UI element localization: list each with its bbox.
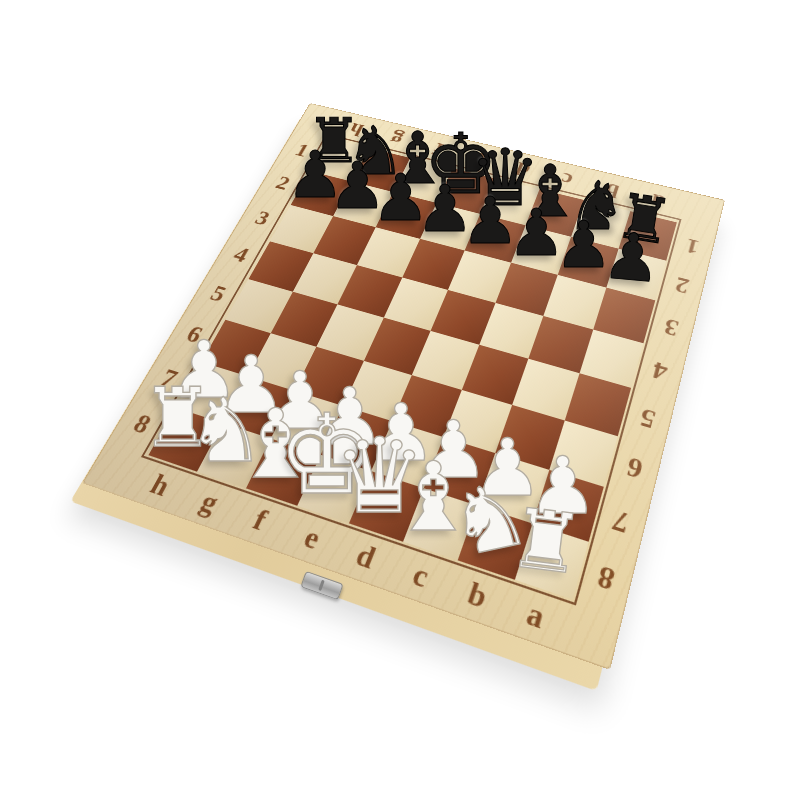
coord-label-4: 4	[229, 242, 253, 268]
coord-label-3: 3	[251, 206, 274, 230]
coord-label-3: 3	[661, 313, 681, 342]
coord-label-5: 5	[637, 402, 659, 435]
coord-label-1: 1	[683, 233, 702, 259]
coord-label-b: b	[463, 575, 492, 617]
pieces-layer: ♜♞♝♚♛♝♞♜♟♟♟♟♟♟♟♟♜♞♝♚♛♝♞♜♟♟♟♟♟♟♟♟	[0, 0, 800, 800]
coord-label-e: e	[299, 519, 326, 556]
coord-label-4: 4	[649, 356, 670, 387]
coord-label-h: h	[145, 467, 176, 503]
coord-label-5: 5	[206, 280, 231, 307]
coord-label-g: g	[195, 484, 224, 520]
product-photo-scene: hgfedcba hgfedcba 12345678 12345678 ♜♞♝♚…	[0, 0, 800, 800]
coord-label-c: c	[408, 556, 434, 595]
coord-label-2: 2	[672, 272, 691, 300]
coord-label-6: 6	[623, 451, 646, 486]
coord-label-7: 7	[609, 503, 633, 541]
coord-label-a: a	[522, 595, 548, 637]
piece-black-pawn-a2[interactable]: ♟	[601, 223, 664, 292]
coord-label-d: d	[351, 537, 381, 576]
coord-label-8: 8	[594, 558, 619, 598]
piece-white-rook-a8[interactable]: ♜	[505, 497, 588, 587]
coord-label-f: f	[248, 502, 272, 537]
